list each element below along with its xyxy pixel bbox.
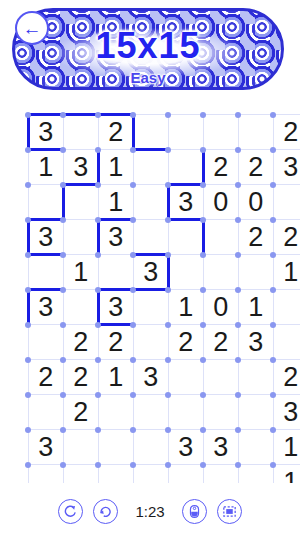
drawn-edge-v[interactable]: [62, 183, 65, 222]
clue-cell: 3: [273, 395, 300, 430]
clue-cell: 3: [203, 430, 238, 465]
level-banner: 15x15 Easy: [12, 8, 284, 90]
clue-cell: 1: [273, 465, 300, 483]
clue-cell: 2: [28, 360, 63, 395]
hint-button[interactable]: [182, 499, 207, 524]
clue-cell: 3: [168, 430, 203, 465]
clue-cell: 3: [28, 290, 63, 325]
level-title: 15x15: [15, 25, 281, 67]
grid-dot: [130, 462, 136, 468]
clue-cell: 1: [273, 430, 300, 465]
back-button[interactable]: ←: [15, 11, 49, 45]
puzzle-board[interactable]: 3221312231300332213133101222232213223333…: [0, 105, 300, 483]
clue-cell: 2: [238, 150, 273, 185]
clue-cell: 3: [28, 430, 63, 465]
clue-cell: 3: [168, 185, 203, 220]
clue-cell: 3: [238, 325, 273, 360]
clue-cell: 1: [238, 290, 273, 325]
mouse-hint-icon: [186, 503, 203, 520]
grid-dot: [235, 112, 241, 118]
clue-cell: 1: [28, 150, 63, 185]
clue-cell: 0: [238, 185, 273, 220]
clue-cell: 0: [203, 290, 238, 325]
clue-cell: 3: [273, 150, 300, 185]
clue-cell: 1: [273, 255, 300, 290]
clue-cell: 3: [133, 255, 168, 290]
grid-line-h[interactable]: [28, 464, 300, 465]
grid-dot: [165, 112, 171, 118]
bottom-toolbar: 1:23: [0, 490, 300, 533]
app-screen: { "game": "slitherlink", "header": { "ti…: [0, 0, 300, 533]
clue-cell: 3: [98, 220, 133, 255]
grid-dot: [130, 427, 136, 433]
clue-cell: 2: [273, 220, 300, 255]
clue-cell: 1: [168, 290, 203, 325]
restart-circular-arrow-icon: [62, 503, 79, 520]
drawn-edge-h[interactable]: [62, 113, 101, 116]
clue-cell: 2: [238, 220, 273, 255]
clue-cell: 2: [63, 395, 98, 430]
drawn-edge-v[interactable]: [202, 218, 205, 257]
clue-cell: 2: [98, 115, 133, 150]
clue-cell: 1: [98, 185, 133, 220]
grid-dot: [235, 392, 241, 398]
undo-arrow-icon: [97, 503, 114, 520]
arrow-left-icon: ←: [23, 19, 42, 38]
clue-cell: 3: [133, 360, 168, 395]
screenshot-frame-icon: [221, 503, 238, 520]
timer: 1:23: [133, 503, 167, 520]
grid-dot: [165, 147, 171, 153]
clue-cell: 1: [98, 150, 133, 185]
clue-cell: 2: [273, 115, 300, 150]
grid-dot: [95, 462, 101, 468]
clue-cell: 3: [28, 220, 63, 255]
clue-cell: 2: [98, 325, 133, 360]
level-difficulty: Easy: [15, 69, 281, 86]
clue-cell: 2: [273, 360, 300, 395]
grid-dot: [200, 252, 206, 258]
undo-button[interactable]: [93, 499, 118, 524]
grid-dot: [200, 112, 206, 118]
clue-cell: 1: [98, 360, 133, 395]
clue-cell: 3: [98, 290, 133, 325]
clue-cell: 3: [63, 150, 98, 185]
clue-cell: 3: [28, 115, 63, 150]
clue-cell: 2: [63, 325, 98, 360]
grid-dot: [200, 392, 206, 398]
clue-cell: 2: [203, 150, 238, 185]
drawn-edge-h[interactable]: [132, 148, 171, 151]
clue-cell: 2: [203, 325, 238, 360]
clue-cell: 0: [203, 185, 238, 220]
frame-button[interactable]: [217, 499, 242, 524]
clue-cell: 2: [63, 360, 98, 395]
restart-button[interactable]: [58, 499, 83, 524]
clue-cell: 2: [168, 325, 203, 360]
clue-cell: 1: [63, 255, 98, 290]
